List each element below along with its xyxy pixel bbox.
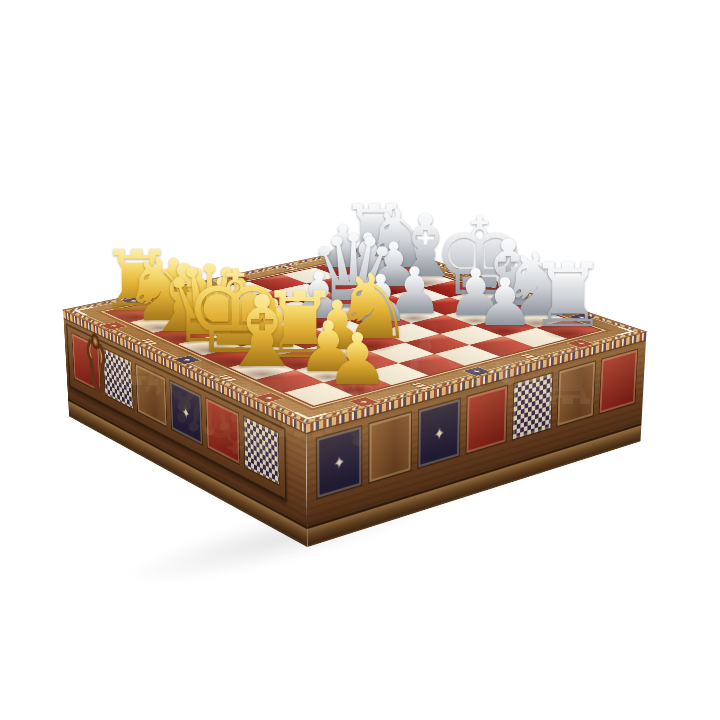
inlay-bar — [443, 271, 462, 277]
corner-bracket-icon — [605, 326, 635, 335]
inlay-panel-wood — [556, 360, 596, 427]
inlay-panel-wood — [368, 411, 412, 484]
perspective-scene: ✦✦✦✦✦✦✦✦✦✦✦✦ ✦ — [0, 0, 720, 720]
corner-bracket-icon — [294, 408, 327, 420]
inlay-panel-red — [205, 397, 240, 466]
corner-bracket-icon — [74, 307, 102, 316]
corner-bracket-icon — [367, 246, 393, 253]
inlay-bar — [519, 353, 541, 360]
inlay-bar — [526, 299, 546, 305]
inlay-panel-star: ✦ — [418, 397, 461, 469]
inlay-panel-grid — [243, 415, 279, 486]
inlay-bar — [139, 339, 159, 346]
inlay-bar — [216, 374, 238, 382]
chess-box: ✦✦✦✦✦✦✦✦✦✦✦✦ ✦ — [66, 292, 643, 486]
inlay-panel-wood — [135, 363, 167, 428]
inlay-panel-red — [599, 348, 638, 414]
drawer-handle-icon[interactable] — [83, 326, 110, 405]
inlay-panel-star: ✦ — [169, 379, 202, 446]
inlay-panel-star: ✦ — [316, 425, 362, 500]
inlay-panel-grid — [512, 372, 553, 441]
inlay-panel-red — [466, 385, 508, 455]
inlay-bar — [410, 382, 433, 390]
chess-set-photo: ✦✦✦✦✦✦✦✦✦✦✦✦ ✦ — [0, 0, 720, 720]
